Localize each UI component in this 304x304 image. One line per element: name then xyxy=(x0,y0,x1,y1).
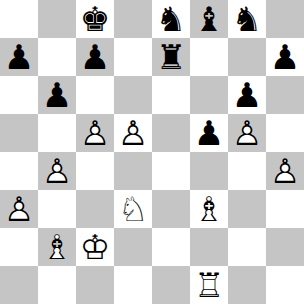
white-knight[interactable]: ♘ xyxy=(114,190,152,228)
square-g8[interactable]: ♞ xyxy=(228,0,266,38)
square-a4[interactable] xyxy=(0,152,38,190)
square-b4[interactable]: ♟♙ xyxy=(38,152,76,190)
square-e2[interactable] xyxy=(152,228,190,266)
square-a2[interactable] xyxy=(0,228,38,266)
square-e7[interactable]: ♜ xyxy=(152,38,190,76)
black-pawn[interactable]: ♟ xyxy=(190,114,228,152)
square-c4[interactable] xyxy=(76,152,114,190)
square-f3[interactable]: ♝♗ xyxy=(190,190,228,228)
square-c8[interactable]: ♚ xyxy=(76,0,114,38)
square-a1[interactable] xyxy=(0,266,38,304)
black-pawn[interactable]: ♟ xyxy=(266,38,304,76)
square-g4[interactable] xyxy=(228,152,266,190)
black-bishop[interactable]: ♝ xyxy=(190,0,228,38)
square-g6[interactable]: ♟ xyxy=(228,76,266,114)
square-d4[interactable] xyxy=(114,152,152,190)
chess-board: ♚♞♝♞♟♟♜♟♟♟♟♙♟♙♟♟♙♟♙♟♙♟♙♞♘♝♗♝♗♚♔♜♖ xyxy=(0,0,304,304)
square-d1[interactable] xyxy=(114,266,152,304)
square-h4[interactable]: ♟♙ xyxy=(266,152,304,190)
black-pawn[interactable]: ♟ xyxy=(38,76,76,114)
black-knight[interactable]: ♞ xyxy=(228,0,266,38)
square-h3[interactable] xyxy=(266,190,304,228)
white-pawn[interactable]: ♙ xyxy=(266,152,304,190)
white-bishop[interactable]: ♗ xyxy=(190,190,228,228)
square-b2[interactable]: ♝♗ xyxy=(38,228,76,266)
square-d2[interactable] xyxy=(114,228,152,266)
square-f1[interactable]: ♜♖ xyxy=(190,266,228,304)
black-king[interactable]: ♚ xyxy=(76,0,114,38)
square-g1[interactable] xyxy=(228,266,266,304)
square-c6[interactable] xyxy=(76,76,114,114)
square-f7[interactable] xyxy=(190,38,228,76)
white-pawn[interactable]: ♙ xyxy=(114,114,152,152)
square-c3[interactable] xyxy=(76,190,114,228)
black-knight[interactable]: ♞ xyxy=(152,0,190,38)
square-a7[interactable]: ♟ xyxy=(0,38,38,76)
square-f2[interactable] xyxy=(190,228,228,266)
square-d8[interactable] xyxy=(114,0,152,38)
square-b7[interactable] xyxy=(38,38,76,76)
square-e5[interactable] xyxy=(152,114,190,152)
chess-board-container: ♚♞♝♞♟♟♜♟♟♟♟♙♟♙♟♟♙♟♙♟♙♟♙♞♘♝♗♝♗♚♔♜♖ xyxy=(0,0,304,304)
square-e1[interactable] xyxy=(152,266,190,304)
white-pawn[interactable]: ♙ xyxy=(38,152,76,190)
square-f8[interactable]: ♝ xyxy=(190,0,228,38)
square-d6[interactable] xyxy=(114,76,152,114)
square-g5[interactable]: ♟♙ xyxy=(228,114,266,152)
black-rook[interactable]: ♜ xyxy=(152,38,190,76)
square-f4[interactable] xyxy=(190,152,228,190)
square-g3[interactable] xyxy=(228,190,266,228)
black-pawn[interactable]: ♟ xyxy=(228,76,266,114)
square-h5[interactable] xyxy=(266,114,304,152)
square-d7[interactable] xyxy=(114,38,152,76)
white-king[interactable]: ♔ xyxy=(76,228,114,266)
square-f5[interactable]: ♟ xyxy=(190,114,228,152)
square-h1[interactable] xyxy=(266,266,304,304)
white-pawn[interactable]: ♙ xyxy=(0,190,38,228)
square-b3[interactable] xyxy=(38,190,76,228)
square-b5[interactable] xyxy=(38,114,76,152)
square-g2[interactable] xyxy=(228,228,266,266)
square-h7[interactable]: ♟ xyxy=(266,38,304,76)
square-c1[interactable] xyxy=(76,266,114,304)
square-f6[interactable] xyxy=(190,76,228,114)
square-c7[interactable]: ♟ xyxy=(76,38,114,76)
square-d3[interactable]: ♞♘ xyxy=(114,190,152,228)
white-rook[interactable]: ♖ xyxy=(190,266,228,304)
square-h8[interactable] xyxy=(266,0,304,38)
square-a3[interactable]: ♟♙ xyxy=(0,190,38,228)
square-e4[interactable] xyxy=(152,152,190,190)
square-b6[interactable]: ♟ xyxy=(38,76,76,114)
black-pawn[interactable]: ♟ xyxy=(76,38,114,76)
square-c2[interactable]: ♚♔ xyxy=(76,228,114,266)
square-e6[interactable] xyxy=(152,76,190,114)
white-pawn[interactable]: ♙ xyxy=(228,114,266,152)
square-d5[interactable]: ♟♙ xyxy=(114,114,152,152)
square-e3[interactable] xyxy=(152,190,190,228)
square-a6[interactable] xyxy=(0,76,38,114)
square-g7[interactable] xyxy=(228,38,266,76)
white-pawn[interactable]: ♙ xyxy=(76,114,114,152)
square-e8[interactable]: ♞ xyxy=(152,0,190,38)
white-bishop[interactable]: ♗ xyxy=(38,228,76,266)
square-b8[interactable] xyxy=(38,0,76,38)
square-h6[interactable] xyxy=(266,76,304,114)
square-b1[interactable] xyxy=(38,266,76,304)
square-c5[interactable]: ♟♙ xyxy=(76,114,114,152)
black-pawn[interactable]: ♟ xyxy=(0,38,38,76)
square-a5[interactable] xyxy=(0,114,38,152)
square-a8[interactable] xyxy=(0,0,38,38)
square-h2[interactable] xyxy=(266,228,304,266)
